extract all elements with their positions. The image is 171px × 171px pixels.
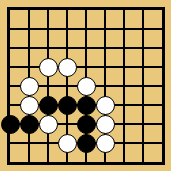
white-stone xyxy=(39,58,58,77)
white-stone xyxy=(96,134,115,153)
white-stone xyxy=(58,134,77,153)
white-stone xyxy=(77,77,96,96)
white-stone xyxy=(96,115,115,134)
white-stone xyxy=(96,96,115,115)
white-stone xyxy=(58,58,77,77)
black-stone xyxy=(77,134,96,153)
go-board[interactable] xyxy=(7,7,165,165)
white-stone xyxy=(20,77,39,96)
black-stone xyxy=(39,96,58,115)
black-stone xyxy=(20,115,39,134)
black-stone xyxy=(77,96,96,115)
black-stone xyxy=(77,115,96,134)
black-stone xyxy=(1,115,20,134)
go-board-diagram xyxy=(0,0,171,171)
white-stone xyxy=(39,115,58,134)
grid-line-vertical xyxy=(142,10,144,162)
white-stone xyxy=(20,96,39,115)
grid-line-vertical xyxy=(123,10,125,162)
black-stone xyxy=(58,96,77,115)
